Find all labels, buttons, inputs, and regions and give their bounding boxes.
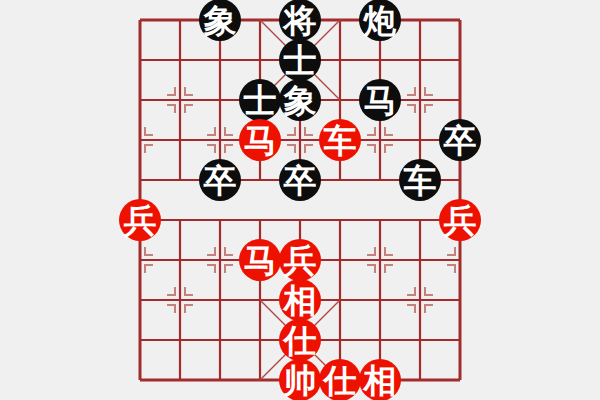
piece-black[interactable]: 士 [279,39,321,81]
piece-red[interactable]: 马 [239,119,281,161]
piece-black[interactable]: 炮 [359,0,401,41]
piece-red[interactable]: 相 [279,279,321,321]
piece-black[interactable]: 象 [199,0,241,41]
piece-black[interactable]: 象 [279,79,321,121]
piece-black[interactable]: 将 [279,0,321,41]
piece-red[interactable]: 帅 [279,359,321,400]
piece-red[interactable]: 兵 [119,199,161,241]
piece-red[interactable]: 兵 [279,239,321,281]
piece-red[interactable]: 车 [319,119,361,161]
piece-black[interactable]: 车 [399,159,441,201]
piece-red[interactable]: 仕 [319,359,361,400]
piece-black[interactable]: 卒 [439,119,481,161]
piece-red[interactable]: 相 [359,359,401,400]
piece-black[interactable]: 马 [359,79,401,121]
piece-black[interactable]: 士 [239,79,281,121]
board-intersections[interactable]: 象将炮士士象马马车卒卒卒车兵兵马兵相仕帅仕相 [120,0,480,400]
piece-red[interactable]: 兵 [439,199,481,241]
piece-black[interactable]: 卒 [199,159,241,201]
xiangqi-board: 象将炮士士象马马车卒卒卒车兵兵马兵相仕帅仕相 [0,0,600,400]
piece-red[interactable]: 仕 [279,319,321,361]
piece-red[interactable]: 马 [239,239,281,281]
piece-black[interactable]: 卒 [279,159,321,201]
